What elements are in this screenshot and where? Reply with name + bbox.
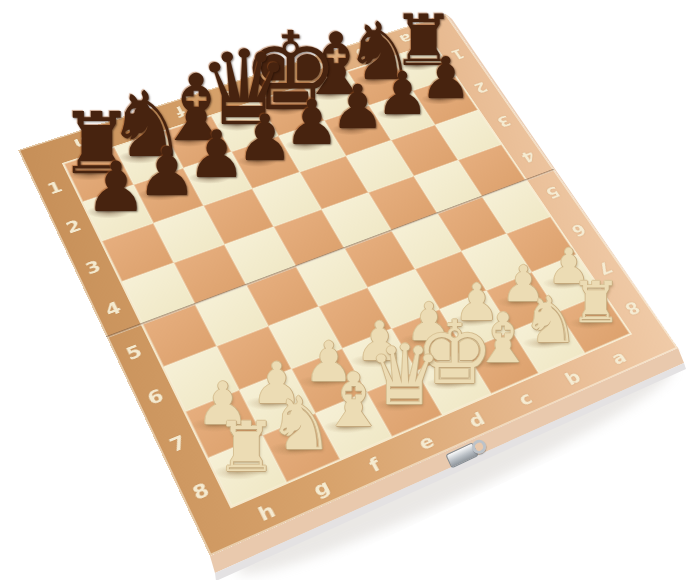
piece-light-rook[interactable]: ♜ [216,414,278,483]
product-photo-stage: hgfedcba hgfedcba 12345678 12345678 ♜♞♝♛… [0,0,700,580]
piece-dark-pawn[interactable]: ♟ [85,153,147,222]
piece-light-knight[interactable]: ♞ [268,387,334,460]
